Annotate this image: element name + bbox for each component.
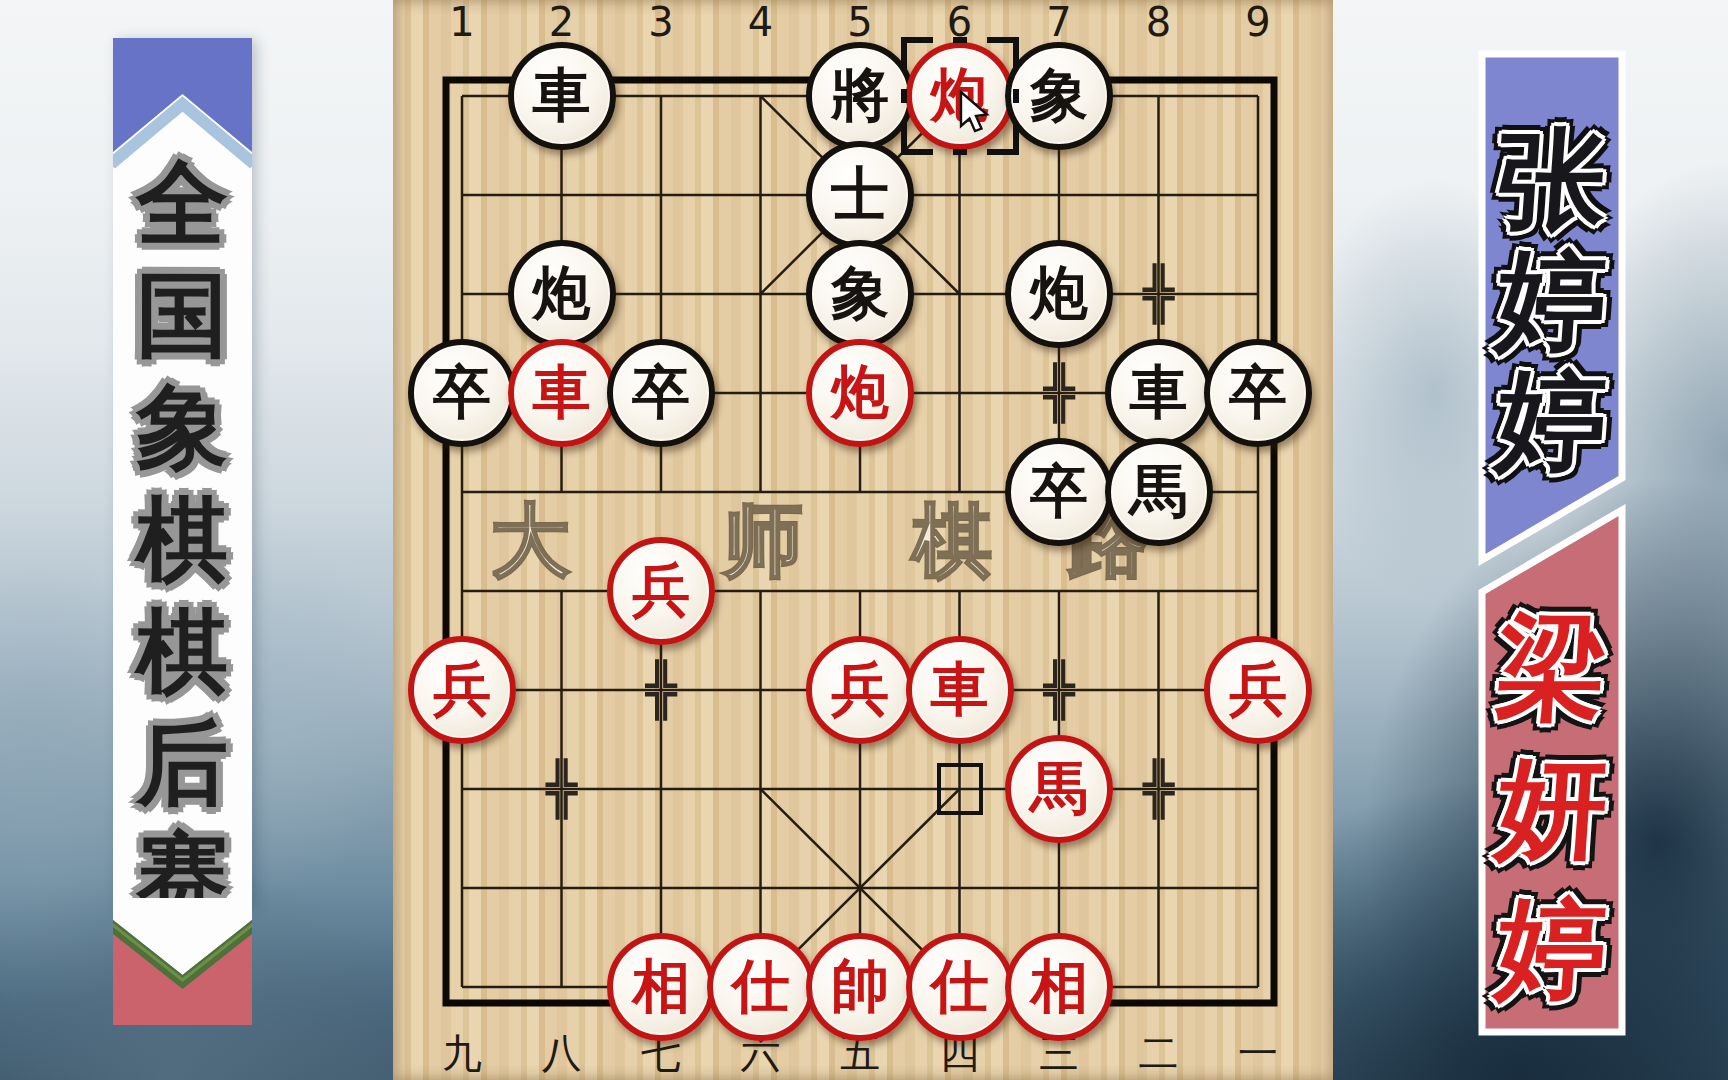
file-label-bottom: 八 <box>542 1026 582 1080</box>
piece-red-相[interactable]: 相 <box>1005 933 1113 1041</box>
player-name-char-bottom: 婷 <box>1493 893 1611 1003</box>
river-watermark-char: 棋 <box>912 488 992 596</box>
event-ribbon-char: 全 <box>136 157 228 249</box>
move-origin-marker <box>937 763 983 815</box>
file-label-top: 2 <box>549 0 574 45</box>
piece-black-卒[interactable]: 卒 <box>1204 339 1312 447</box>
star-point-marker: ╬ <box>645 664 676 716</box>
piece-black-車[interactable]: 車 <box>1105 339 1213 447</box>
piece-black-馬[interactable]: 馬 <box>1105 438 1213 546</box>
piece-red-炮[interactable]: 炮 <box>806 339 914 447</box>
river-watermark-char: 大 <box>490 488 570 596</box>
file-label-top: 7 <box>1046 0 1071 45</box>
file-label-top: 8 <box>1146 0 1171 45</box>
piece-black-炮[interactable]: 炮 <box>1005 240 1113 348</box>
piece-red-兵[interactable]: 兵 <box>1204 636 1312 744</box>
piece-red-相[interactable]: 相 <box>607 933 715 1041</box>
river-watermark-char: 师 <box>723 488 803 596</box>
event-ribbon-char: 棋 <box>136 493 228 585</box>
star-point-marker: ╬ <box>1143 763 1174 815</box>
piece-red-兵[interactable]: 兵 <box>607 537 715 645</box>
piece-black-卒[interactable]: 卒 <box>1005 438 1113 546</box>
piece-red-兵[interactable]: 兵 <box>806 636 914 744</box>
player-name-char-top: 婷 <box>1493 245 1611 355</box>
piece-black-卒[interactable]: 卒 <box>408 339 516 447</box>
piece-black-卒[interactable]: 卒 <box>607 339 715 447</box>
file-label-bottom: 九 <box>442 1026 482 1080</box>
player-name-char-top: 婷 <box>1493 365 1611 475</box>
piece-red-仕[interactable]: 仕 <box>906 933 1014 1041</box>
file-label-top: 4 <box>748 0 773 45</box>
event-ribbon-bottom-chevron <box>113 898 252 1032</box>
file-label-bottom: 二 <box>1139 1026 1179 1080</box>
star-point-marker: ╬ <box>1043 664 1074 716</box>
piece-red-帥[interactable]: 帥 <box>806 933 914 1041</box>
piece-black-象[interactable]: 象 <box>806 240 914 348</box>
file-label-bottom: 一 <box>1238 1026 1278 1080</box>
event-ribbon-char: 后 <box>136 717 228 809</box>
star-point-marker: ╬ <box>1143 268 1174 320</box>
event-ribbon-char: 国 <box>136 269 228 361</box>
piece-black-象[interactable]: 象 <box>1005 42 1113 150</box>
player-name-char-top: 张 <box>1493 125 1611 235</box>
piece-red-馬[interactable]: 馬 <box>1005 735 1113 843</box>
event-ribbon-char: 象 <box>136 381 228 473</box>
piece-red-車[interactable]: 車 <box>508 339 616 447</box>
piece-black-將[interactable]: 將 <box>806 42 914 150</box>
file-label-top: 1 <box>449 0 474 45</box>
file-label-top: 3 <box>648 0 673 45</box>
xiangqi-broadcast-screen: 大师棋路 ╬╬╬╬╬╬╬╬╬╬ 123456789九八七六五四三二一 車將炮象士… <box>0 0 1728 1080</box>
piece-red-兵[interactable]: 兵 <box>408 636 516 744</box>
piece-black-士[interactable]: 士 <box>806 141 914 249</box>
player-name-char-bottom: 妍 <box>1493 753 1611 863</box>
file-label-top: 9 <box>1245 0 1270 45</box>
piece-black-車[interactable]: 車 <box>508 42 616 150</box>
player-name-char-bottom: 梁 <box>1493 613 1611 723</box>
star-point-marker: ╬ <box>1043 367 1074 419</box>
file-label-top: 5 <box>847 0 872 45</box>
piece-red-仕[interactable]: 仕 <box>707 933 815 1041</box>
piece-red-車[interactable]: 車 <box>906 636 1014 744</box>
piece-black-炮[interactable]: 炮 <box>508 240 616 348</box>
star-point-marker: ╬ <box>546 763 577 815</box>
mouse-cursor-icon <box>958 90 1002 140</box>
event-ribbon-char: 棋 <box>136 605 228 697</box>
